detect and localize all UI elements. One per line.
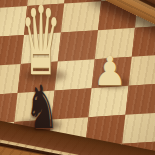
light-square bbox=[61, 1, 101, 32]
dark-square bbox=[125, 83, 155, 114]
black-knight-piece: ♞ bbox=[25, 77, 58, 137]
chess-photo-scene: ♛ ♟ ♞ bbox=[0, 0, 155, 155]
light-square bbox=[129, 54, 155, 85]
dark-square bbox=[132, 25, 155, 56]
dark-square bbox=[58, 30, 98, 61]
white-pawn-piece: ♟ bbox=[94, 51, 127, 91]
light-square bbox=[122, 112, 155, 143]
